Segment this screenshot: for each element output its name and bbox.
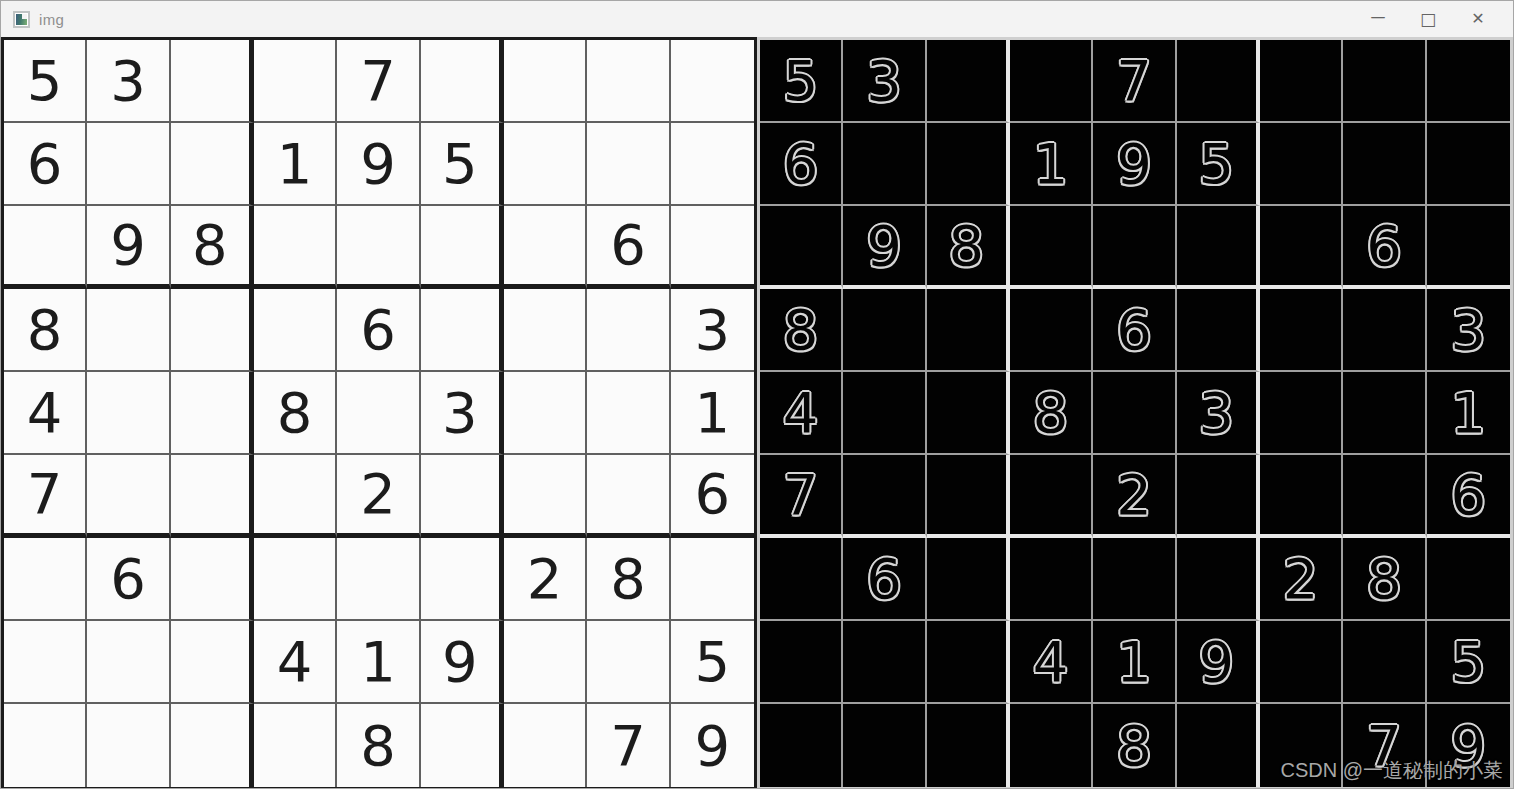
threshold-cell-r6c8 <box>1343 455 1426 538</box>
original-cell-r6c5: 2 <box>337 455 420 538</box>
threshold-cell-r1c6 <box>1177 40 1260 123</box>
threshold-cell-r5c7 <box>1260 372 1343 455</box>
original-cell-r7c9 <box>671 538 754 621</box>
threshold-cell-r4c1: 8 <box>760 289 843 372</box>
threshold-cell-r2c6: 5 <box>1177 123 1260 206</box>
threshold-cell-r6c4 <box>1010 455 1093 538</box>
original-cell-r9c7 <box>504 704 587 787</box>
original-cell-r5c4: 8 <box>254 372 337 455</box>
original-cell-r2c2 <box>87 123 170 206</box>
threshold-cell-r8c9: 5 <box>1427 621 1510 704</box>
original-cell-r8c1 <box>4 621 87 704</box>
title-bar[interactable]: img — □ ✕ <box>1 1 1513 37</box>
threshold-cell-r7c3 <box>927 538 1010 621</box>
threshold-cell-r7c8: 8 <box>1343 538 1426 621</box>
original-cell-r4c5: 6 <box>337 289 420 372</box>
window-title: img <box>39 11 64 28</box>
threshold-cell-r8c7 <box>1260 621 1343 704</box>
threshold-cell-r6c1: 7 <box>760 455 843 538</box>
threshold-cell-r4c3 <box>927 289 1010 372</box>
threshold-cell-r5c4: 8 <box>1010 372 1093 455</box>
threshold-cell-r3c8: 6 <box>1343 206 1426 289</box>
threshold-cell-r2c2 <box>843 123 926 206</box>
original-cell-r2c9 <box>671 123 754 206</box>
threshold-cell-r1c5: 7 <box>1093 40 1176 123</box>
threshold-cell-r1c3 <box>927 40 1010 123</box>
threshold-cell-r4c6 <box>1177 289 1260 372</box>
threshold-cell-r1c7 <box>1260 40 1343 123</box>
threshold-cell-r3c2: 9 <box>843 206 926 289</box>
original-cell-r5c2 <box>87 372 170 455</box>
threshold-cell-r2c7 <box>1260 123 1343 206</box>
sudoku-grid-original: 537619598686348317266284195879 <box>1 37 757 789</box>
window-controls: — □ ✕ <box>1353 1 1503 37</box>
original-cell-r7c3 <box>171 538 254 621</box>
close-icon: ✕ <box>1471 11 1484 27</box>
original-cell-r4c8 <box>587 289 670 372</box>
original-cell-r4c9: 3 <box>671 289 754 372</box>
original-cell-r5c3 <box>171 372 254 455</box>
original-cell-r3c2: 9 <box>87 206 170 289</box>
threshold-cell-r7c1 <box>760 538 843 621</box>
original-cell-r2c5: 9 <box>337 123 420 206</box>
original-cell-r3c6 <box>421 206 504 289</box>
threshold-cell-r5c3 <box>927 372 1010 455</box>
original-cell-r1c5: 7 <box>337 40 420 123</box>
original-cell-r3c7 <box>504 206 587 289</box>
threshold-cell-r6c6 <box>1177 455 1260 538</box>
original-cell-r7c2: 6 <box>87 538 170 621</box>
threshold-cell-r8c6: 9 <box>1177 621 1260 704</box>
threshold-cell-r8c1 <box>760 621 843 704</box>
threshold-cell-r8c3 <box>927 621 1010 704</box>
threshold-cell-r8c8 <box>1343 621 1426 704</box>
original-cell-r6c8 <box>587 455 670 538</box>
original-cell-r8c8 <box>587 621 670 704</box>
threshold-cell-r3c3: 8 <box>927 206 1010 289</box>
watermark: CSDN @一道秘制的小菜 <box>1280 757 1503 784</box>
original-cell-r5c9: 1 <box>671 372 754 455</box>
original-cell-r9c1 <box>4 704 87 787</box>
threshold-cell-r7c4 <box>1010 538 1093 621</box>
maximize-button[interactable]: □ <box>1403 1 1453 37</box>
original-cell-r6c6 <box>421 455 504 538</box>
original-cell-r7c1 <box>4 538 87 621</box>
original-cell-r1c9 <box>671 40 754 123</box>
threshold-cell-r5c9: 1 <box>1427 372 1510 455</box>
original-cell-r1c8 <box>587 40 670 123</box>
threshold-cell-r6c2 <box>843 455 926 538</box>
minimize-button[interactable]: — <box>1353 1 1403 37</box>
threshold-cell-r3c5 <box>1093 206 1176 289</box>
original-cell-r3c1 <box>4 206 87 289</box>
original-cell-r9c2 <box>87 704 170 787</box>
image-icon-corner <box>22 14 27 19</box>
original-cell-r1c2: 3 <box>87 40 170 123</box>
threshold-cell-r2c4: 1 <box>1010 123 1093 206</box>
original-cell-r1c4 <box>254 40 337 123</box>
original-cell-r2c6: 5 <box>421 123 504 206</box>
threshold-cell-r7c7: 2 <box>1260 538 1343 621</box>
original-cell-r7c4 <box>254 538 337 621</box>
original-cell-r1c1: 5 <box>4 40 87 123</box>
original-cell-r1c7 <box>504 40 587 123</box>
threshold-cell-r8c4: 4 <box>1010 621 1093 704</box>
original-cell-r2c4: 1 <box>254 123 337 206</box>
threshold-cell-r3c7 <box>1260 206 1343 289</box>
original-cell-r6c3 <box>171 455 254 538</box>
original-cell-r2c3 <box>171 123 254 206</box>
original-cell-r8c4: 4 <box>254 621 337 704</box>
original-cell-r7c5 <box>337 538 420 621</box>
threshold-cell-r6c9: 6 <box>1427 455 1510 538</box>
threshold-cell-r4c8 <box>1343 289 1426 372</box>
original-cell-r9c8: 7 <box>587 704 670 787</box>
threshold-cell-r1c4 <box>1010 40 1093 123</box>
original-cell-r6c9: 6 <box>671 455 754 538</box>
original-cell-r9c3 <box>171 704 254 787</box>
threshold-cell-r9c1 <box>760 704 843 787</box>
original-cell-r6c2 <box>87 455 170 538</box>
original-cell-r2c8 <box>587 123 670 206</box>
threshold-cell-r2c5: 9 <box>1093 123 1176 206</box>
threshold-cell-r7c6 <box>1177 538 1260 621</box>
original-cell-r3c4 <box>254 206 337 289</box>
threshold-cell-r1c1: 5 <box>760 40 843 123</box>
original-cell-r5c6: 3 <box>421 372 504 455</box>
opencv-imshow-window: img — □ ✕ 537619598686348317266284195879… <box>0 0 1514 789</box>
threshold-cell-r2c1: 6 <box>760 123 843 206</box>
original-cell-r8c7 <box>504 621 587 704</box>
original-cell-r8c6: 9 <box>421 621 504 704</box>
original-cell-r4c1: 8 <box>4 289 87 372</box>
original-cell-r5c5 <box>337 372 420 455</box>
threshold-cell-r5c2 <box>843 372 926 455</box>
threshold-cell-r9c2 <box>843 704 926 787</box>
threshold-cell-r5c1: 4 <box>760 372 843 455</box>
original-cell-r6c4 <box>254 455 337 538</box>
threshold-cell-r3c1 <box>760 206 843 289</box>
image-icon <box>13 11 30 28</box>
threshold-cell-r8c2 <box>843 621 926 704</box>
original-cell-r3c9 <box>671 206 754 289</box>
threshold-cell-r4c9: 3 <box>1427 289 1510 372</box>
original-cell-r9c9: 9 <box>671 704 754 787</box>
minimize-icon: — <box>1371 10 1386 25</box>
threshold-cell-r4c4 <box>1010 289 1093 372</box>
original-cell-r4c6 <box>421 289 504 372</box>
original-cell-r6c1: 7 <box>4 455 87 538</box>
threshold-cell-r1c9 <box>1427 40 1510 123</box>
original-cell-r3c3: 8 <box>171 206 254 289</box>
maximize-icon: □ <box>1420 11 1436 28</box>
original-cell-r7c8: 8 <box>587 538 670 621</box>
threshold-cell-r4c5: 6 <box>1093 289 1176 372</box>
threshold-cell-r3c6 <box>1177 206 1260 289</box>
original-cell-r5c8 <box>587 372 670 455</box>
original-cell-r1c6 <box>421 40 504 123</box>
threshold-cell-r9c3 <box>927 704 1010 787</box>
threshold-cell-r7c2: 6 <box>843 538 926 621</box>
threshold-cell-r8c5: 1 <box>1093 621 1176 704</box>
original-cell-r9c4 <box>254 704 337 787</box>
threshold-cell-r7c5 <box>1093 538 1176 621</box>
threshold-cell-r5c6: 3 <box>1177 372 1260 455</box>
threshold-cell-r3c4 <box>1010 206 1093 289</box>
threshold-cell-r6c7 <box>1260 455 1343 538</box>
original-cell-r8c3 <box>171 621 254 704</box>
threshold-cell-r6c3 <box>927 455 1010 538</box>
original-cell-r4c7 <box>504 289 587 372</box>
original-cell-r3c8: 6 <box>587 206 670 289</box>
threshold-cell-r9c4 <box>1010 704 1093 787</box>
original-cell-r8c2 <box>87 621 170 704</box>
original-cell-r8c9: 5 <box>671 621 754 704</box>
threshold-cell-r9c6 <box>1177 704 1260 787</box>
original-cell-r8c5: 1 <box>337 621 420 704</box>
threshold-cell-r4c7 <box>1260 289 1343 372</box>
original-cell-r9c6 <box>421 704 504 787</box>
close-button[interactable]: ✕ <box>1453 1 1503 37</box>
sudoku-grid-threshold: CSDN @一道秘制的小菜 53761959868634831726628419… <box>757 37 1513 789</box>
original-cell-r6c7 <box>504 455 587 538</box>
original-cell-r4c4 <box>254 289 337 372</box>
original-cell-r1c3 <box>171 40 254 123</box>
threshold-cell-r2c8 <box>1343 123 1426 206</box>
original-cell-r4c2 <box>87 289 170 372</box>
threshold-cell-r1c2: 3 <box>843 40 926 123</box>
original-cell-r5c7 <box>504 372 587 455</box>
original-cell-r9c5: 8 <box>337 704 420 787</box>
threshold-cell-r3c9 <box>1427 206 1510 289</box>
threshold-cell-r1c8 <box>1343 40 1426 123</box>
original-cell-r3c5 <box>337 206 420 289</box>
original-cell-r2c1: 6 <box>4 123 87 206</box>
threshold-cell-r5c8 <box>1343 372 1426 455</box>
original-cell-r7c6 <box>421 538 504 621</box>
original-cell-r7c7: 2 <box>504 538 587 621</box>
threshold-cell-r4c2 <box>843 289 926 372</box>
threshold-cell-r2c9 <box>1427 123 1510 206</box>
original-cell-r2c7 <box>504 123 587 206</box>
original-cell-r4c3 <box>171 289 254 372</box>
threshold-cell-r7c9 <box>1427 538 1510 621</box>
image-canvas: 537619598686348317266284195879 CSDN @一道秘… <box>1 37 1513 789</box>
threshold-cell-r5c5 <box>1093 372 1176 455</box>
original-cell-r5c1: 4 <box>4 372 87 455</box>
threshold-cell-r6c5: 2 <box>1093 455 1176 538</box>
threshold-cell-r2c3 <box>927 123 1010 206</box>
threshold-cell-r9c5: 8 <box>1093 704 1176 787</box>
